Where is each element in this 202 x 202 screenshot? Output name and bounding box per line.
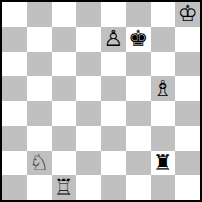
square-a3[interactable] [2, 126, 27, 151]
white-pawn[interactable]: ♙ [104, 28, 124, 50]
white-king[interactable]: ♔ [178, 3, 198, 25]
square-f3[interactable] [126, 126, 151, 151]
white-knight[interactable]: ♘ [29, 152, 49, 174]
square-e2[interactable] [101, 151, 126, 176]
square-c5[interactable] [52, 76, 77, 101]
square-g8[interactable] [151, 2, 176, 27]
square-h3[interactable] [175, 126, 200, 151]
square-c2[interactable] [52, 151, 77, 176]
square-c1[interactable]: ♖ [52, 175, 77, 200]
square-h2[interactable] [175, 151, 200, 176]
square-f2[interactable] [126, 151, 151, 176]
square-e3[interactable] [101, 126, 126, 151]
square-e7[interactable]: ♙ [101, 27, 126, 52]
square-h5[interactable] [175, 76, 200, 101]
square-g4[interactable] [151, 101, 176, 126]
square-a4[interactable] [2, 101, 27, 126]
square-d1[interactable] [76, 175, 101, 200]
square-f7[interactable]: ♚ [126, 27, 151, 52]
square-c4[interactable] [52, 101, 77, 126]
square-h4[interactable] [175, 101, 200, 126]
square-h7[interactable] [175, 27, 200, 52]
black-rook[interactable]: ♜ [153, 152, 173, 174]
square-d5[interactable] [76, 76, 101, 101]
square-d7[interactable] [76, 27, 101, 52]
square-g6[interactable] [151, 52, 176, 77]
square-f8[interactable] [126, 2, 151, 27]
square-a7[interactable] [2, 27, 27, 52]
square-c8[interactable] [52, 2, 77, 27]
square-d8[interactable] [76, 2, 101, 27]
square-g5[interactable]: ♗ [151, 76, 176, 101]
square-g1[interactable] [151, 175, 176, 200]
square-g7[interactable] [151, 27, 176, 52]
square-b1[interactable] [27, 175, 52, 200]
white-bishop[interactable]: ♗ [153, 78, 173, 100]
square-h8[interactable]: ♔ [175, 2, 200, 27]
square-b8[interactable] [27, 2, 52, 27]
square-b3[interactable] [27, 126, 52, 151]
square-e6[interactable] [101, 52, 126, 77]
square-e4[interactable] [101, 101, 126, 126]
square-f6[interactable] [126, 52, 151, 77]
square-d6[interactable] [76, 52, 101, 77]
square-h1[interactable] [175, 175, 200, 200]
square-a6[interactable] [2, 52, 27, 77]
square-d3[interactable] [76, 126, 101, 151]
square-h6[interactable] [175, 52, 200, 77]
square-b5[interactable] [27, 76, 52, 101]
square-e1[interactable] [101, 175, 126, 200]
square-g2[interactable]: ♜ [151, 151, 176, 176]
square-e8[interactable] [101, 2, 126, 27]
white-rook[interactable]: ♖ [54, 177, 74, 199]
square-c6[interactable] [52, 52, 77, 77]
square-a1[interactable] [2, 175, 27, 200]
black-king[interactable]: ♚ [128, 28, 148, 50]
square-a2[interactable] [2, 151, 27, 176]
square-e5[interactable] [101, 76, 126, 101]
square-f5[interactable] [126, 76, 151, 101]
square-b4[interactable] [27, 101, 52, 126]
square-b7[interactable] [27, 27, 52, 52]
square-d2[interactable] [76, 151, 101, 176]
square-f4[interactable] [126, 101, 151, 126]
square-c7[interactable] [52, 27, 77, 52]
square-c3[interactable] [52, 126, 77, 151]
square-f1[interactable] [126, 175, 151, 200]
square-d4[interactable] [76, 101, 101, 126]
square-g3[interactable] [151, 126, 176, 151]
square-b6[interactable] [27, 52, 52, 77]
chess-board: ♔♙♚♗♘♜♖ [0, 0, 202, 202]
square-b2[interactable]: ♘ [27, 151, 52, 176]
square-a5[interactable] [2, 76, 27, 101]
square-a8[interactable] [2, 2, 27, 27]
